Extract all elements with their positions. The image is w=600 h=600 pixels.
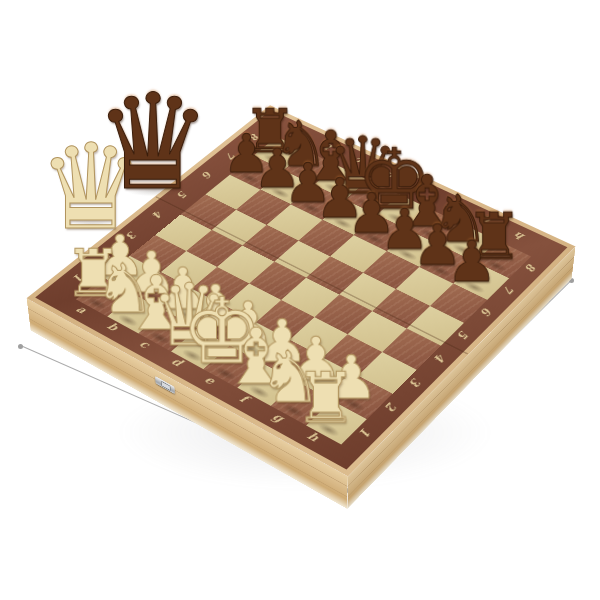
product-photo: ♜♞♝♛♚♝♞♜♟♟♟♟♟♟♟♟♟♟♟♟♟♟♟♟♜♞♝♛♚♝♞♜ aabbccd…: [0, 0, 600, 600]
black-pawn: ♟: [446, 233, 497, 290]
offboard-black-queen: ♛: [87, 76, 219, 208]
white-rook: ♜: [294, 363, 357, 433]
clasp-latch: [155, 376, 175, 394]
